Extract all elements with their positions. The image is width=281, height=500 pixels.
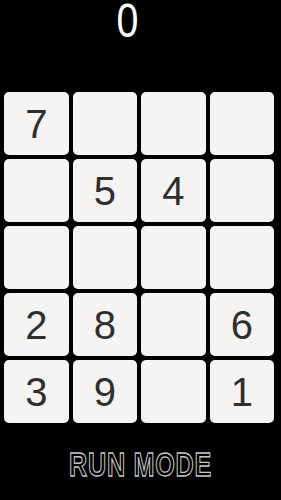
grid-cell-r2c1[interactable] — [4, 159, 69, 222]
score-value: 0 — [117, 0, 139, 48]
grid-cell-r5c2[interactable]: 9 — [73, 360, 138, 423]
grid-cell-r2c3[interactable]: 4 — [141, 159, 206, 222]
grid-cell-r3c1[interactable] — [4, 226, 69, 289]
grid-cell-r2c4[interactable] — [210, 159, 275, 222]
grid-cell-r2c2[interactable]: 5 — [73, 159, 138, 222]
run-mode-label[interactable]: RUN MODE — [69, 445, 212, 484]
board-grid: 754286391 — [4, 92, 274, 423]
grid-cell-r1c2[interactable] — [73, 92, 138, 155]
grid-cell-r1c1[interactable]: 7 — [4, 92, 69, 155]
grid-cell-r4c1[interactable]: 2 — [4, 293, 69, 356]
grid-cell-r4c4[interactable]: 6 — [210, 293, 275, 356]
grid-cell-r5c3[interactable] — [141, 360, 206, 423]
grid-cell-r3c3[interactable] — [141, 226, 206, 289]
app-screen: 0 754286391 RUN MODE — [0, 0, 281, 500]
grid-cell-r3c4[interactable] — [210, 226, 275, 289]
grid-cell-r1c3[interactable] — [141, 92, 206, 155]
score-display: 0 — [0, 0, 281, 48]
grid-cell-r1c4[interactable] — [210, 92, 275, 155]
grid-cell-r4c2[interactable]: 8 — [73, 293, 138, 356]
grid-cell-r4c3[interactable] — [141, 293, 206, 356]
grid-cell-r5c1[interactable]: 3 — [4, 360, 69, 423]
grid-cell-r3c2[interactable] — [73, 226, 138, 289]
grid-cell-r5c4[interactable]: 1 — [210, 360, 275, 423]
mode-bar: RUN MODE — [0, 445, 281, 484]
